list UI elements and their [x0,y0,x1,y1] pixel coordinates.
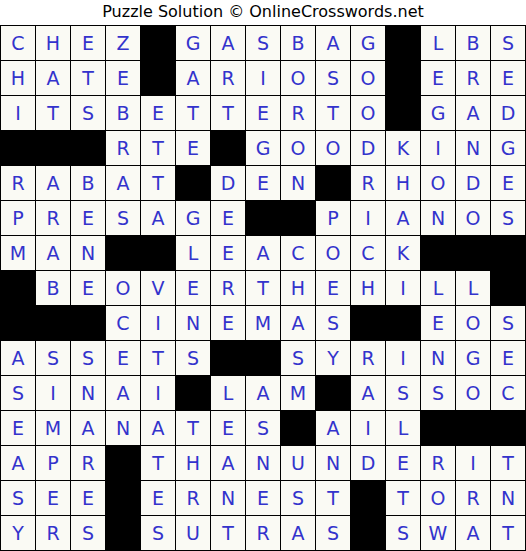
letter-cell: G [421,96,455,130]
letter-cell: I [386,271,420,305]
letter-cell: S [281,341,315,375]
black-cell [141,236,175,270]
letter-cell: R [211,271,245,305]
letter-cell: T [211,516,245,550]
black-cell [71,306,105,340]
letter-cell: S [491,26,525,60]
letter-cell: P [316,201,350,235]
letter-cell: N [421,201,455,235]
black-cell [1,306,35,340]
letter-cell: R [1,166,35,200]
letter-cell: H [36,26,70,60]
letter-cell: S [386,376,420,410]
letter-cell: D [456,166,490,200]
letter-cell: E [106,341,140,375]
letter-cell: S [281,481,315,515]
black-cell [456,411,490,445]
letter-cell: R [456,481,490,515]
letter-cell: O [351,96,385,130]
letter-cell: E [141,96,175,130]
letter-cell: S [141,516,175,550]
black-cell [351,516,385,550]
letter-cell: P [36,446,70,480]
letter-cell: D [351,446,385,480]
letter-cell: A [386,201,420,235]
black-cell [491,271,525,305]
letter-cell: T [141,446,175,480]
letter-cell: T [71,61,105,95]
black-cell [141,26,175,60]
letter-cell: C [281,236,315,270]
black-cell [386,61,420,95]
letter-cell: D [351,131,385,165]
letter-cell: T [491,446,525,480]
letter-cell: S [421,376,455,410]
letter-cell: N [211,481,245,515]
letter-cell: A [211,446,245,480]
letter-cell: R [246,516,280,550]
letter-cell: R [36,201,70,235]
black-cell [386,96,420,130]
letter-cell: M [36,411,70,445]
letter-cell: G [176,201,210,235]
letter-cell: T [316,96,350,130]
letter-cell: M [281,376,315,410]
letter-cell: S [316,516,350,550]
black-cell [351,481,385,515]
crossword-grid: CHEZGASBAGLBSHATEARIOSOEREITSBETTERTOGAD… [0,25,526,551]
letter-cell: O [421,481,455,515]
letter-cell: D [211,166,245,200]
letter-cell: E [211,236,245,270]
letter-cell: L [421,271,455,305]
black-cell [491,411,525,445]
letter-cell: E [246,481,280,515]
letter-cell: E [246,96,280,130]
letter-cell: C [491,376,525,410]
letter-cell: P [1,201,35,235]
letter-cell: H [386,166,420,200]
letter-cell: E [211,411,245,445]
letter-cell: A [71,411,105,445]
letter-cell: G [176,26,210,60]
letter-cell: A [351,376,385,410]
black-cell [281,201,315,235]
letter-cell: S [316,61,350,95]
black-cell [211,341,245,375]
letter-cell: E [141,481,175,515]
puzzle-solution-page: Puzzle Solution © OnlineCrosswords.net C… [0,0,526,551]
letter-cell: E [421,306,455,340]
letter-cell: H [176,446,210,480]
letter-cell: A [36,61,70,95]
letter-cell: K [386,131,420,165]
letter-cell: A [106,166,140,200]
letter-cell: N [316,446,350,480]
letter-cell: A [281,306,315,340]
letter-cell: E [491,61,525,95]
letter-cell: R [71,446,105,480]
letter-cell: T [316,481,350,515]
black-cell [281,411,315,445]
black-cell [36,131,70,165]
letter-cell: S [1,376,35,410]
black-cell [246,341,280,375]
letter-cell: T [176,411,210,445]
letter-cell: A [281,516,315,550]
letter-cell: A [141,201,175,235]
letter-cell: O [351,61,385,95]
letter-cell: K [386,236,420,270]
letter-cell: N [246,446,280,480]
letter-cell: R [176,481,210,515]
letter-cell: I [141,306,175,340]
letter-cell: A [141,411,175,445]
black-cell [316,166,350,200]
black-cell [106,516,140,550]
letter-cell: N [176,306,210,340]
letter-cell: O [281,131,315,165]
letter-cell: G [351,26,385,60]
letter-cell: L [421,26,455,60]
letter-cell: E [36,481,70,515]
letter-cell: E [491,341,525,375]
black-cell [176,376,210,410]
letter-cell: E [71,26,105,60]
letter-cell: T [141,341,175,375]
letter-cell: T [141,166,175,200]
letter-cell: I [351,411,385,445]
black-cell [316,376,350,410]
letter-cell: N [491,481,525,515]
letter-cell: G [456,341,490,375]
letter-cell: V [141,271,175,305]
letter-cell: D [491,96,525,130]
letter-cell: N [456,131,490,165]
letter-cell: H [1,61,35,95]
letter-cell: I [421,131,455,165]
letter-cell: C [351,236,385,270]
letter-cell: N [281,166,315,200]
black-cell [351,306,385,340]
black-cell [36,306,70,340]
letter-cell: A [36,166,70,200]
letter-cell: R [421,446,455,480]
letter-cell: I [1,96,35,130]
letter-cell: R [456,61,490,95]
black-cell [421,411,455,445]
letter-cell: O [456,201,490,235]
letter-cell: E [316,271,350,305]
letter-cell: T [246,271,280,305]
letter-cell: A [316,26,350,60]
letter-cell: A [246,236,280,270]
black-cell [106,446,140,480]
letter-cell: E [246,166,280,200]
black-cell [1,271,35,305]
letter-cell: R [211,61,245,95]
letter-cell: T [386,481,420,515]
letter-cell: A [456,96,490,130]
page-title: Puzzle Solution © OnlineCrosswords.net [0,0,526,25]
letter-cell: C [106,306,140,340]
letter-cell: E [106,61,140,95]
letter-cell: E [71,481,105,515]
letter-cell: E [176,131,210,165]
letter-cell: A [106,376,140,410]
black-cell [491,236,525,270]
letter-cell: A [1,341,35,375]
letter-cell: E [211,306,245,340]
letter-cell: A [176,61,210,95]
letter-cell: T [211,96,245,130]
black-cell [386,26,420,60]
letter-cell: O [281,61,315,95]
letter-cell: H [351,271,385,305]
letter-cell: E [71,201,105,235]
letter-cell: L [176,236,210,270]
letter-cell: B [71,166,105,200]
letter-cell: E [71,271,105,305]
letter-cell: E [1,411,35,445]
letter-cell: E [211,201,245,235]
black-cell [386,306,420,340]
letter-cell: S [176,341,210,375]
letter-cell: A [456,516,490,550]
letter-cell: S [71,516,105,550]
letter-cell: G [491,131,525,165]
black-cell [71,131,105,165]
letter-cell: S [491,201,525,235]
letter-cell: O [421,166,455,200]
letter-cell: E [421,61,455,95]
letter-cell: T [141,131,175,165]
letter-cell: L [386,411,420,445]
black-cell [1,131,35,165]
letter-cell: S [106,201,140,235]
letter-cell: N [106,411,140,445]
black-cell [246,201,280,235]
letter-cell: A [36,236,70,270]
black-cell [176,166,210,200]
letter-cell: Y [316,341,350,375]
black-cell [211,131,245,165]
letter-cell: E [491,166,525,200]
letter-cell: B [36,271,70,305]
letter-cell: I [456,446,490,480]
black-cell [421,236,455,270]
letter-cell: R [351,166,385,200]
letter-cell: U [281,446,315,480]
letter-cell: R [106,131,140,165]
letter-cell: R [281,96,315,130]
letter-cell: N [71,376,105,410]
black-cell [106,236,140,270]
letter-cell: I [351,201,385,235]
letter-cell: N [71,236,105,270]
letter-cell: Z [106,26,140,60]
letter-cell: T [491,516,525,550]
letter-cell: N [421,341,455,375]
black-cell [456,236,490,270]
letter-cell: A [246,376,280,410]
letter-cell: S [246,26,280,60]
letter-cell: B [106,96,140,130]
letter-cell: S [246,411,280,445]
letter-cell: E [176,271,210,305]
letter-cell: U [176,516,210,550]
letter-cell: T [36,96,70,130]
letter-cell: Y [1,516,35,550]
letter-cell: S [71,96,105,130]
letter-cell: O [316,236,350,270]
letter-cell: B [456,26,490,60]
letter-cell: W [421,516,455,550]
letter-cell: I [386,341,420,375]
letter-cell: B [281,26,315,60]
letter-cell: R [36,516,70,550]
letter-cell: R [351,341,385,375]
letter-cell: T [176,96,210,130]
letter-cell: S [1,481,35,515]
letter-cell: A [211,26,245,60]
letter-cell: M [1,236,35,270]
letter-cell: G [246,131,280,165]
letter-cell: H [281,271,315,305]
black-cell [106,481,140,515]
letter-cell: I [246,61,280,95]
letter-cell: S [491,306,525,340]
letter-cell: S [386,516,420,550]
letter-cell: O [456,376,490,410]
letter-cell: A [316,411,350,445]
letter-cell: S [316,306,350,340]
letter-cell: L [456,271,490,305]
letter-cell: L [211,376,245,410]
letter-cell: O [316,131,350,165]
black-cell [141,61,175,95]
letter-cell: O [106,271,140,305]
letter-cell: S [71,341,105,375]
letter-cell: O [456,306,490,340]
letter-cell: M [246,306,280,340]
letter-cell: I [36,376,70,410]
letter-cell: C [1,26,35,60]
letter-cell: S [36,341,70,375]
letter-cell: E [386,446,420,480]
letter-cell: A [1,446,35,480]
letter-cell: I [141,376,175,410]
